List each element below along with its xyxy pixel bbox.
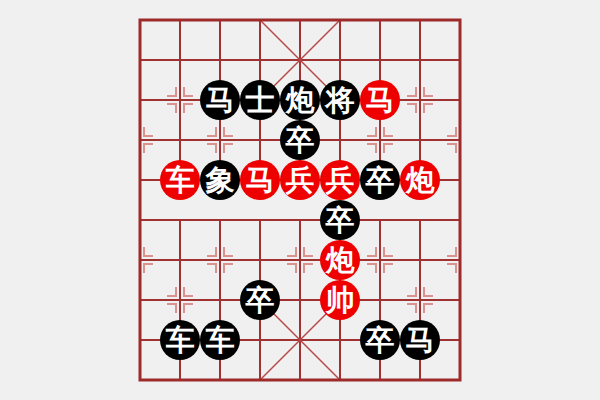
- piece-black-soldier[interactable]: 卒: [320, 200, 360, 240]
- piece-black-elephant[interactable]: 象: [200, 160, 240, 200]
- piece-black-general[interactable]: 将: [320, 80, 360, 120]
- piece-red-horse[interactable]: 马: [360, 80, 400, 120]
- piece-red-soldier[interactable]: 兵: [280, 160, 320, 200]
- piece-black-horse[interactable]: 马: [400, 320, 440, 360]
- piece-black-horse[interactable]: 马: [200, 80, 240, 120]
- pieces-layer: 马士炮将马卒车象马兵兵卒炮卒炮卒帅车车卒马: [0, 0, 600, 400]
- piece-black-advisor[interactable]: 士: [240, 80, 280, 120]
- piece-red-cannon[interactable]: 炮: [400, 160, 440, 200]
- piece-black-soldier[interactable]: 卒: [280, 120, 320, 160]
- piece-red-general[interactable]: 帅: [320, 280, 360, 320]
- piece-red-chariot[interactable]: 车: [160, 160, 200, 200]
- piece-black-soldier[interactable]: 卒: [360, 320, 400, 360]
- piece-black-soldier[interactable]: 卒: [360, 160, 400, 200]
- piece-red-horse[interactable]: 马: [240, 160, 280, 200]
- piece-black-cannon[interactable]: 炮: [280, 80, 320, 120]
- piece-red-cannon[interactable]: 炮: [320, 240, 360, 280]
- piece-black-chariot[interactable]: 车: [160, 320, 200, 360]
- piece-red-soldier[interactable]: 兵: [320, 160, 360, 200]
- xiangqi-board-scene: 马士炮将马卒车象马兵兵卒炮卒炮卒帅车车卒马: [0, 0, 600, 400]
- piece-black-chariot[interactable]: 车: [200, 320, 240, 360]
- piece-black-soldier[interactable]: 卒: [240, 280, 280, 320]
